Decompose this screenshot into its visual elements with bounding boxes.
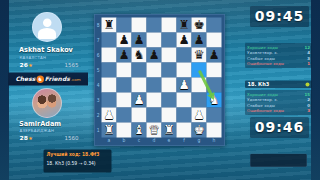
logo-text-friends: Friends [45, 76, 70, 83]
square-b5[interactable] [117, 63, 132, 78]
square-f6[interactable] [177, 48, 192, 63]
file-label-c: c [132, 138, 147, 143]
square-b1[interactable] [117, 123, 132, 138]
stat-label: Слабые ходы [247, 103, 275, 108]
square-g5[interactable] [192, 63, 207, 78]
analysis-box: Лучший ход: 18.Фf3 18. Кh3 (0.59 → 0.34) [44, 150, 112, 173]
file-label-g: g [192, 138, 207, 143]
person-icon [38, 28, 56, 39]
square-d6[interactable]: ♟ [147, 48, 162, 63]
file-label-b: b [117, 138, 132, 143]
file-label-f: f [177, 138, 192, 143]
stat-row: Ошибочные ходы1 [247, 61, 310, 67]
square-d8[interactable] [147, 18, 162, 33]
file-labels: abcdefgh [102, 138, 222, 143]
move-quality-stats-bottom: Хорошие ходы15Удовлетвор. х.2Слабые ходы… [245, 90, 312, 115]
square-e5[interactable] [162, 63, 177, 78]
square-c1[interactable]: ♝ [132, 123, 147, 138]
square-a3[interactable] [102, 93, 117, 108]
bottom-player-rating: 1560 [65, 135, 79, 142]
square-g1[interactable]: ♚ [192, 123, 207, 138]
square-a8[interactable]: ♜ [102, 18, 117, 33]
square-b4[interactable] [117, 78, 132, 93]
piece-black-king[interactable]: ♚ [193, 18, 204, 33]
left-edge-strip [0, 0, 9, 180]
piece-black-pawn[interactable]: ♟ [133, 33, 144, 48]
square-a5[interactable] [102, 63, 117, 78]
bottom-player-stats: 28 ★ 1560 [20, 135, 79, 142]
square-h3[interactable]: ♞ [207, 93, 222, 108]
piece-black-rook[interactable]: ♜ [103, 18, 114, 33]
square-g6[interactable]: ♛ [192, 48, 207, 63]
piece-white-pawn[interactable]: ♟ [133, 93, 144, 108]
square-h1[interactable] [207, 123, 222, 138]
square-e4[interactable] [162, 78, 177, 93]
top-player-star-count: 26 [20, 61, 28, 68]
stat-label: Ошибочные ходы [247, 62, 284, 67]
avatar-bottom-player[interactable] [32, 88, 62, 118]
played-move-eval-text: 18. Кh3 (0.59 → 0.34) [47, 161, 109, 166]
square-d5[interactable] [147, 63, 162, 78]
square-d2[interactable] [147, 108, 162, 123]
square-d3[interactable] [147, 93, 162, 108]
avatar-top-player[interactable] [32, 12, 62, 42]
piece-white-pawn[interactable]: ♟ [178, 78, 189, 93]
stat-value: 12 [304, 45, 310, 50]
piece-black-pawn[interactable]: ♟ [208, 48, 219, 63]
stat-value: 1 [307, 62, 310, 67]
square-h4[interactable] [207, 78, 222, 93]
square-e6[interactable] [162, 48, 177, 63]
clock-top-player: 09:45 [250, 6, 309, 27]
square-a2[interactable]: ♟ [102, 108, 117, 123]
piece-black-pawn[interactable]: ♟ [118, 33, 129, 48]
stat-label: Удовлетвор. х. [247, 51, 278, 56]
chessfriends-logo: Chess ♞ Friends .com [8, 73, 88, 86]
square-g3[interactable] [192, 93, 207, 108]
square-f7[interactable]: ♟ [177, 33, 192, 48]
stat-value: 2 [307, 98, 310, 103]
file-label-e: e [162, 138, 177, 143]
square-b3[interactable] [117, 93, 132, 108]
top-player-name: Askhat Skakov [19, 46, 94, 54]
logo-text-dotcom: .com [71, 78, 81, 83]
square-a4[interactable] [102, 78, 117, 93]
current-move-label: 18. Кh3 [248, 82, 270, 88]
piece-black-knight[interactable]: ♞ [133, 48, 144, 63]
piece-white-queen[interactable]: ♛ [148, 123, 159, 138]
square-c7[interactable]: ♟ [132, 33, 147, 48]
square-g8[interactable]: ♚ [192, 18, 207, 33]
stat-value: 15 [304, 92, 310, 97]
person-icon [43, 19, 52, 28]
top-player-country: КАЗАХСТАН [20, 55, 90, 60]
top-player-rating: 1565 [65, 61, 79, 68]
piece-white-knight[interactable]: ♞ [208, 93, 219, 108]
logo-text-chess: Chess [15, 76, 35, 83]
move-quality-stats-top: Хорошие ходы12Удовлетвор. х.4Слабые ходы… [245, 43, 312, 68]
square-h7[interactable] [207, 33, 222, 48]
stat-label: Хорошие ходы [247, 92, 278, 97]
piece-black-pawn[interactable]: ♟ [148, 48, 159, 63]
square-f5[interactable] [177, 63, 192, 78]
stat-value: 0 [307, 103, 310, 108]
top-player-stats: 26 ★ 1565 [20, 61, 79, 68]
square-e7[interactable] [162, 33, 177, 48]
file-label-h: h [207, 138, 222, 143]
game-background: Askhat Skakov КАЗАХСТАН 26 ★ 1565 Chess … [0, 0, 320, 180]
stat-label: Удовлетвор. х. [247, 98, 278, 103]
square-e1[interactable]: ♜ [162, 123, 177, 138]
file-label-d: d [147, 138, 162, 143]
piece-white-king[interactable]: ♚ [193, 123, 204, 138]
square-d1[interactable]: ♛ [147, 123, 162, 138]
square-c3[interactable]: ♟ [132, 93, 147, 108]
square-a7[interactable] [102, 33, 117, 48]
square-c5[interactable] [132, 63, 147, 78]
square-b8[interactable] [117, 18, 132, 33]
square-d4[interactable] [147, 78, 162, 93]
clock-bottom-player: 09:46 [250, 117, 309, 138]
piece-white-rook[interactable]: ♜ [103, 123, 114, 138]
stat-label: Хорошие ходы [247, 45, 278, 50]
piece-white-pawn[interactable]: ♟ [103, 108, 114, 123]
stat-value: 4 [307, 51, 310, 56]
right-edge-strip [311, 0, 320, 180]
board-grid: ♜♜♚♟♟♟♟♟♞♟♛♟♟♟♞♟♟♜♝♛♜♚ [102, 18, 222, 138]
stat-value: 3 [307, 56, 310, 61]
square-g2[interactable]: ♟ [192, 108, 207, 123]
star-icon: ★ [28, 135, 32, 141]
square-f2[interactable] [177, 108, 192, 123]
square-c4[interactable] [132, 78, 147, 93]
bottom-player-name: SamirAdam [19, 120, 94, 128]
move-quality-dot [306, 82, 310, 86]
action-button[interactable] [250, 154, 307, 168]
piece-white-pawn[interactable]: ♟ [193, 108, 204, 123]
piece-black-pawn[interactable]: ♟ [178, 33, 189, 48]
stat-row: Ошибочные ходы3 [247, 108, 310, 114]
piece-black-pawn[interactable]: ♟ [193, 33, 204, 48]
square-f8[interactable]: ♜ [177, 18, 192, 33]
piece-white-rook[interactable]: ♜ [163, 123, 174, 138]
app-window: Askhat Skakov КАЗАХСТАН 26 ★ 1565 Chess … [0, 0, 320, 180]
square-b6[interactable]: ♟ [117, 48, 132, 63]
piece-black-rook[interactable]: ♜ [178, 18, 189, 33]
square-e8[interactable] [162, 18, 177, 33]
square-c6[interactable]: ♞ [132, 48, 147, 63]
best-move-text: Лучший ход: 18.Фf3 [47, 152, 109, 157]
square-b7[interactable]: ♟ [117, 33, 132, 48]
square-f4[interactable]: ♟ [177, 78, 192, 93]
square-h5[interactable] [207, 63, 222, 78]
square-e3[interactable] [162, 93, 177, 108]
square-h6[interactable]: ♟ [207, 48, 222, 63]
stat-label: Ошибочные ходы [247, 109, 284, 114]
square-g7[interactable]: ♟ [192, 33, 207, 48]
square-f1[interactable] [177, 123, 192, 138]
square-f3[interactable] [177, 93, 192, 108]
piece-black-pawn[interactable]: ♟ [118, 48, 129, 63]
square-d7[interactable] [147, 33, 162, 48]
stat-label: Слабые ходы [247, 56, 275, 61]
square-h8[interactable] [207, 18, 222, 33]
square-e2[interactable] [162, 108, 177, 123]
knight-logo-icon: ♞ [36, 75, 44, 83]
square-a1[interactable]: ♜ [102, 123, 117, 138]
square-c2[interactable] [132, 108, 147, 123]
piece-white-bishop[interactable]: ♝ [133, 123, 144, 138]
current-move-entry[interactable]: 18. Кh3 [245, 81, 312, 89]
file-label-a: a [102, 138, 117, 143]
bottom-player-star-count: 28 [20, 135, 28, 142]
bottom-player-country: АЗЕРБАЙДЖАН [20, 129, 90, 134]
square-g4[interactable] [192, 78, 207, 93]
square-b2[interactable] [117, 108, 132, 123]
square-c8[interactable] [132, 18, 147, 33]
stat-value: 3 [307, 109, 310, 114]
square-h2[interactable] [207, 108, 222, 123]
square-a6[interactable] [102, 48, 117, 63]
piece-black-queen[interactable]: ♛ [193, 48, 204, 63]
chess-board: 87654321 ♜♜♚♟♟♟♟♟♞♟♛♟♟♟♞♟♟♜♝♛♜♚ abcdefgh [94, 14, 225, 146]
star-icon: ★ [28, 62, 32, 68]
